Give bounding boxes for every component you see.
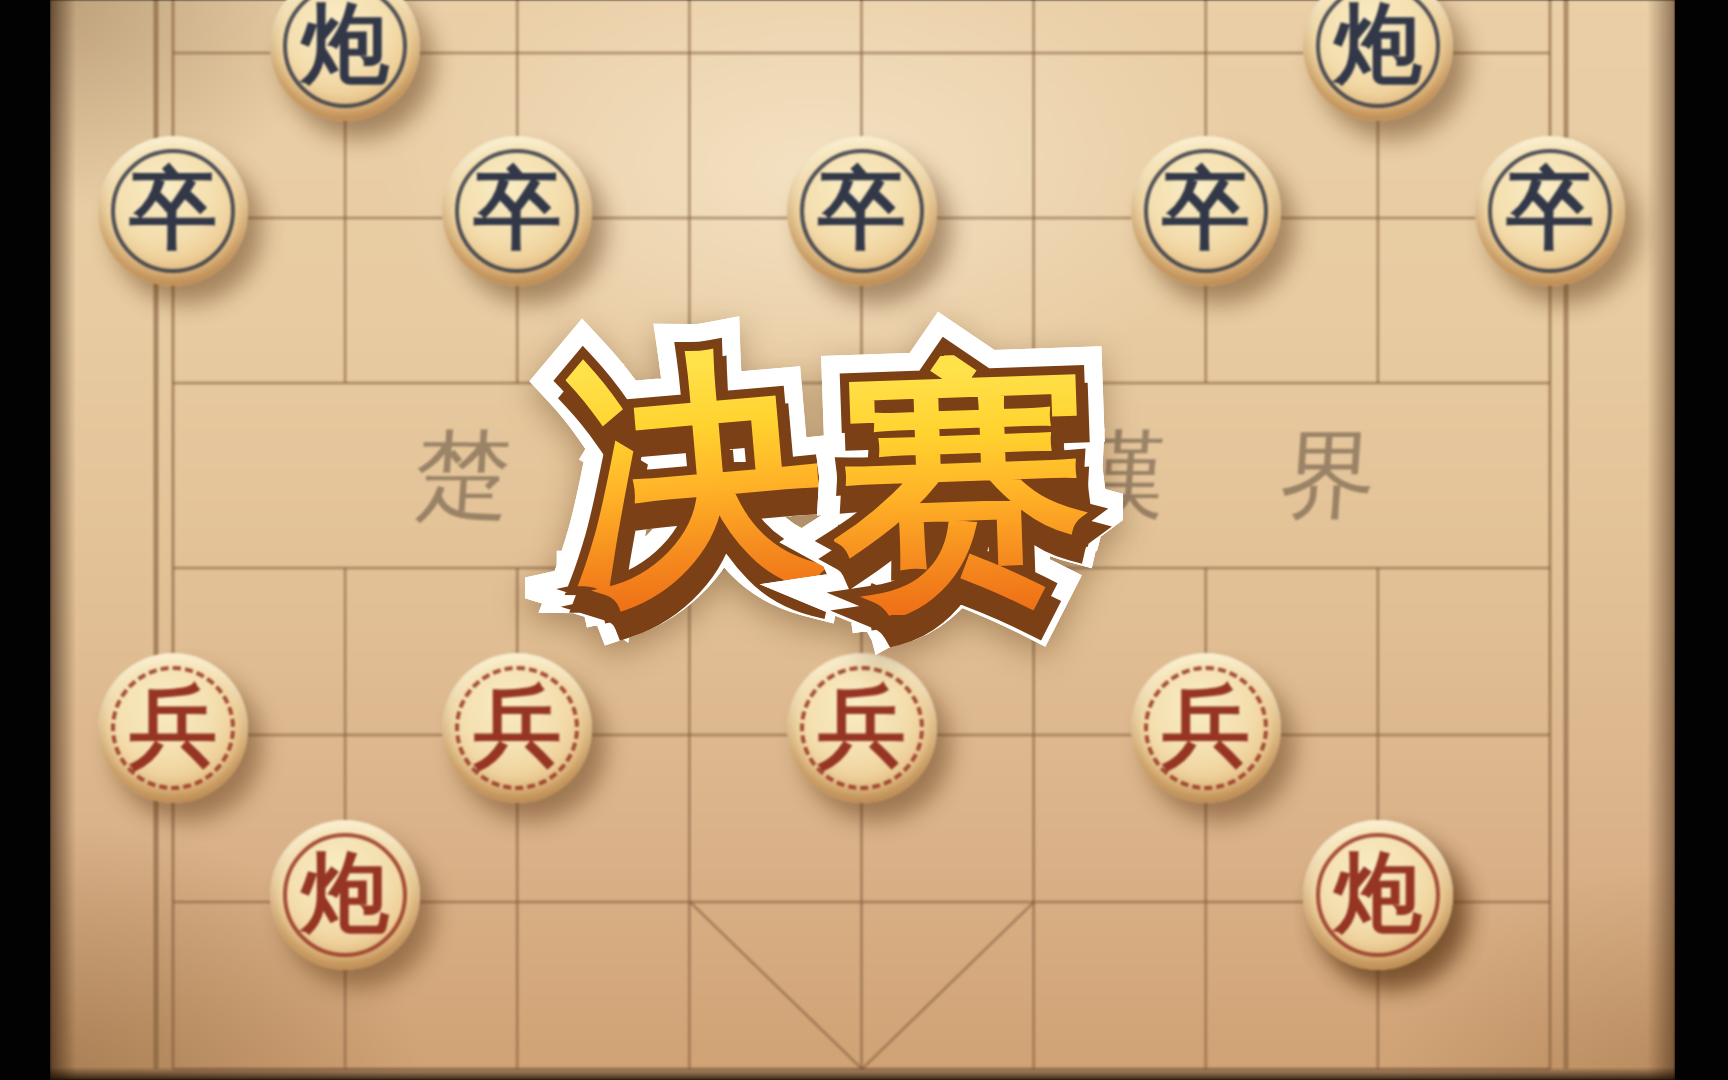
letterbox-left [0,0,50,1080]
piece-character: 炮 [1303,818,1453,968]
piece-black-soldier[interactable]: 卒 [787,136,937,286]
piece-character: 炮 [1303,0,1453,119]
piece-character: 炮 [270,818,420,968]
piece-character: 卒 [442,134,592,284]
overlay-title-char: 赛赛赛赛赛 [828,351,1095,618]
overlay-title-char: 决决决决决 [555,338,835,618]
piece-red-cannon[interactable]: 炮 [1303,820,1453,970]
piece-red-soldier[interactable]: 兵 [98,653,248,803]
piece-character: 卒 [1475,134,1625,284]
board-right-edge-shadow [1647,0,1675,1080]
piece-red-soldier[interactable]: 兵 [442,653,592,803]
piece-red-soldier[interactable]: 兵 [787,653,937,803]
piece-character: 兵 [98,651,248,801]
piece-black-cannon[interactable]: 炮 [270,0,420,121]
piece-black-soldier[interactable]: 卒 [1475,136,1625,286]
piece-red-soldier[interactable]: 兵 [1131,653,1281,803]
letterbox-right [1675,0,1728,1080]
overlay-title-finals: 决决决决决赛赛赛赛赛 [562,349,1094,607]
board-left-edge-shadow [50,0,76,1080]
piece-character: 兵 [442,651,592,801]
game-screen: 楚 河 漢 界 炮炮卒卒卒卒卒兵兵兵兵兵炮炮 决决决决决赛赛赛赛赛 [0,0,1728,1080]
piece-character: 卒 [98,134,248,284]
piece-character: 卒 [1131,134,1281,284]
piece-black-cannon[interactable]: 炮 [1303,0,1453,121]
river-label-han-jie: 漢 界 [1065,412,1423,542]
piece-character: 兵 [1131,651,1281,801]
piece-character: 炮 [270,0,420,119]
piece-black-soldier[interactable]: 卒 [98,136,248,286]
piece-red-cannon[interactable]: 炮 [270,820,420,970]
piece-character: 兵 [787,651,937,801]
piece-black-soldier[interactable]: 卒 [1131,136,1281,286]
piece-character: 卒 [787,134,937,284]
piece-black-soldier[interactable]: 卒 [442,136,592,286]
board-bottom-shadow [50,1067,1675,1080]
